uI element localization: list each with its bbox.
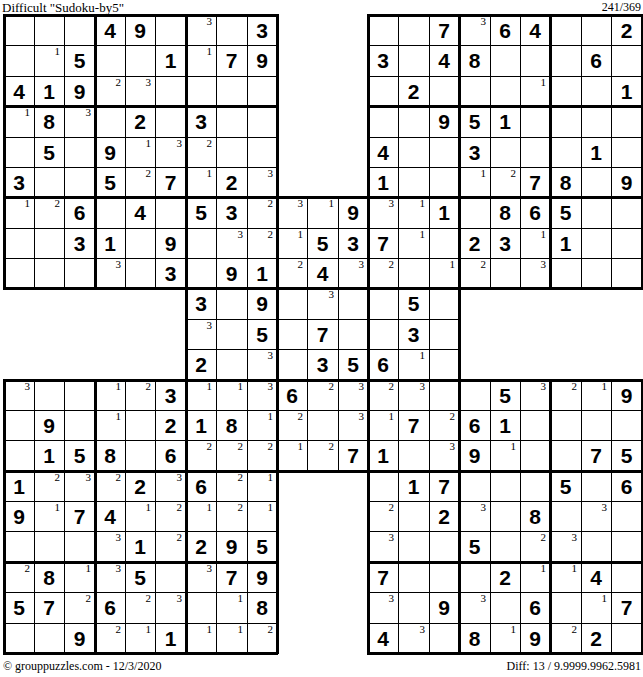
cell-r19c9[interactable]: 9 [247,562,277,592]
cell-r16c18[interactable] [520,471,550,501]
cell-r3c17[interactable] [490,76,520,106]
cell-r21c9[interactable]: 2 [247,623,277,653]
cell-r5c14[interactable] [398,137,429,167]
cell-r17c13[interactable]: 2 [368,501,398,531]
cell-r20c18[interactable]: 6 [520,592,550,623]
cell-r19c6[interactable] [155,562,186,592]
cell-r18c17[interactable] [490,531,520,562]
cell-r6c4[interactable]: 5 [95,167,125,197]
cell-r10c14[interactable]: 5 [398,288,429,319]
cell-r13c18[interactable]: 3 [520,380,550,410]
cell-r13c14[interactable]: 3 [398,380,429,410]
cell-r21c6[interactable]: 1 [155,623,186,653]
cell-r13c11[interactable]: 2 [307,380,338,410]
cell-r16c3[interactable]: 3 [64,471,95,501]
cell-r21c19[interactable]: 2 [550,623,581,653]
cell-r12c14[interactable]: 1 [398,349,429,380]
cell-r14c18[interactable] [520,410,550,440]
cell-r21c17[interactable]: 1 [490,623,520,653]
cell-r15c1[interactable] [4,440,34,471]
cell-r14c16[interactable]: 6 [459,410,490,440]
cell-r15c19[interactable] [550,440,581,471]
cell-r21c1[interactable] [4,623,34,653]
cell-r8c6[interactable]: 9 [155,228,186,258]
cell-r13c6[interactable]: 3 [155,380,186,410]
cell-r19c16[interactable] [459,562,490,592]
cell-r19c2[interactable]: 8 [34,562,64,592]
cell-r15c21[interactable]: 5 [611,440,642,471]
cell-r18c8[interactable]: 9 [216,531,247,562]
cell-r7c7[interactable]: 5 [186,197,216,228]
cell-r12c9[interactable]: 3 [247,349,277,380]
cell-r4c3[interactable]: 3 [64,106,95,137]
cell-r5c21[interactable] [611,137,642,167]
cell-r6c5[interactable]: 2 [125,167,155,197]
cell-r1c13[interactable] [368,15,398,45]
cell-r19c3[interactable]: 1 [64,562,95,592]
cell-r4c13[interactable] [368,106,398,137]
cell-r4c17[interactable]: 1 [490,106,520,137]
cell-r5c16[interactable]: 3 [459,137,490,167]
cell-r7c2[interactable]: 2 [34,197,64,228]
cell-r15c20[interactable]: 7 [581,440,611,471]
cell-r5c18[interactable] [520,137,550,167]
cell-r1c18[interactable]: 4 [520,15,550,45]
cell-r9c21[interactable] [611,258,642,288]
cell-r17c21[interactable] [611,501,642,531]
cell-r19c20[interactable]: 4 [581,562,611,592]
cell-r14c19[interactable] [550,410,581,440]
cell-r4c2[interactable]: 8 [34,106,64,137]
cell-r9c6[interactable]: 3 [155,258,186,288]
cell-r7c11[interactable]: 1 [307,197,338,228]
cell-r11c13[interactable] [368,319,398,349]
cell-r4c21[interactable] [611,106,642,137]
cell-r17c17[interactable] [490,501,520,531]
cell-r16c4[interactable]: 2 [95,471,125,501]
cell-r21c13[interactable]: 4 [368,623,398,653]
cell-r20c7[interactable] [186,592,216,623]
cell-r5c7[interactable]: 2 [186,137,216,167]
cell-r20c17[interactable] [490,592,520,623]
cell-r19c15[interactable] [429,562,459,592]
cell-r16c16[interactable] [459,471,490,501]
cell-r7c9[interactable]: 2 [247,197,277,228]
cell-r16c7[interactable]: 6 [186,471,216,501]
cell-r16c13[interactable] [368,471,398,501]
cell-r4c19[interactable] [550,106,581,137]
cell-r4c9[interactable] [247,106,277,137]
cell-r6c8[interactable]: 2 [216,167,247,197]
cell-r18c6[interactable]: 2 [155,531,186,562]
cell-r15c5[interactable] [125,440,155,471]
cell-r4c1[interactable]: 1 [4,106,34,137]
cell-r21c14[interactable]: 3 [398,623,429,653]
cell-r7c18[interactable]: 6 [520,197,550,228]
cell-r15c2[interactable]: 1 [34,440,64,471]
cell-r10c7[interactable]: 3 [186,288,216,319]
cell-r12c12[interactable]: 5 [338,349,368,380]
cell-r8c5[interactable] [125,228,155,258]
cell-r20c16[interactable]: 3 [459,592,490,623]
cell-r4c15[interactable]: 9 [429,106,459,137]
cell-r2c6[interactable]: 1 [155,45,186,76]
cell-r9c2[interactable] [34,258,64,288]
cell-r13c2[interactable] [34,380,64,410]
cell-r6c17[interactable]: 2 [490,167,520,197]
cell-r6c9[interactable]: 3 [247,167,277,197]
cell-r9c3[interactable] [64,258,95,288]
cell-r18c16[interactable]: 5 [459,531,490,562]
cell-r14c14[interactable]: 7 [398,410,429,440]
cell-r1c5[interactable]: 9 [125,15,155,45]
cell-r2c8[interactable]: 7 [216,45,247,76]
cell-r14c21[interactable] [611,410,642,440]
cell-r6c20[interactable] [581,167,611,197]
cell-r10c10[interactable] [277,288,307,319]
cell-r11c14[interactable]: 3 [398,319,429,349]
cell-r13c21[interactable]: 9 [611,380,642,410]
cell-r5c4[interactable]: 9 [95,137,125,167]
cell-r3c15[interactable] [429,76,459,106]
cell-r3c21[interactable]: 1 [611,76,642,106]
cell-r14c1[interactable] [4,410,34,440]
cell-r4c7[interactable]: 3 [186,106,216,137]
cell-r18c5[interactable]: 1 [125,531,155,562]
cell-r19c17[interactable]: 2 [490,562,520,592]
cell-r17c5[interactable]: 1 [125,501,155,531]
cell-r9c1[interactable] [4,258,34,288]
cell-r14c4[interactable]: 1 [95,410,125,440]
cell-r19c21[interactable] [611,562,642,592]
cell-r15c18[interactable] [520,440,550,471]
cell-r8c21[interactable] [611,228,642,258]
cell-r17c20[interactable]: 3 [581,501,611,531]
cell-r15c3[interactable]: 5 [64,440,95,471]
cell-r7c17[interactable]: 8 [490,197,520,228]
cell-r21c18[interactable]: 9 [520,623,550,653]
cell-r1c1[interactable] [4,15,34,45]
cell-r5c5[interactable]: 1 [125,137,155,167]
cell-r1c6[interactable] [155,15,186,45]
cell-r5c9[interactable] [247,137,277,167]
cell-r7c19[interactable]: 5 [550,197,581,228]
cell-r3c1[interactable]: 4 [4,76,34,106]
cell-r2c9[interactable]: 9 [247,45,277,76]
cell-r3c14[interactable]: 2 [398,76,429,106]
cell-r4c8[interactable] [216,106,247,137]
cell-r17c7[interactable]: 1 [186,501,216,531]
cell-r14c10[interactable]: 2 [277,410,307,440]
cell-r9c7[interactable] [186,258,216,288]
cell-r20c20[interactable]: 1 [581,592,611,623]
cell-r18c13[interactable]: 3 [368,531,398,562]
cell-r21c16[interactable]: 8 [459,623,490,653]
cell-r19c7[interactable]: 3 [186,562,216,592]
cell-r2c7[interactable]: 1 [186,45,216,76]
cell-r13c3[interactable] [64,380,95,410]
cell-r5c1[interactable] [4,137,34,167]
cell-r16c8[interactable]: 2 [216,471,247,501]
cell-r7c14[interactable]: 1 [398,197,429,228]
cell-r17c3[interactable]: 7 [64,501,95,531]
cell-r17c15[interactable]: 2 [429,501,459,531]
cell-r12c10[interactable] [277,349,307,380]
cell-r8c12[interactable]: 3 [338,228,368,258]
cell-r7c5[interactable]: 4 [125,197,155,228]
cell-r7c20[interactable] [581,197,611,228]
cell-r20c3[interactable]: 2 [64,592,95,623]
cell-r8c1[interactable] [4,228,34,258]
cell-r13c13[interactable]: 2 [368,380,398,410]
cell-r6c19[interactable]: 8 [550,167,581,197]
cell-r6c14[interactable] [398,167,429,197]
cell-r18c14[interactable] [398,531,429,562]
cell-r3c8[interactable] [216,76,247,106]
cell-r13c9[interactable]: 3 [247,380,277,410]
cell-r21c20[interactable]: 2 [581,623,611,653]
cell-r4c18[interactable] [520,106,550,137]
cell-r7c3[interactable]: 6 [64,197,95,228]
cell-r2c15[interactable]: 4 [429,45,459,76]
cell-r20c14[interactable] [398,592,429,623]
cell-r15c12[interactable]: 7 [338,440,368,471]
cell-r20c5[interactable]: 2 [125,592,155,623]
cell-r20c8[interactable]: 1 [216,592,247,623]
cell-r3c19[interactable] [550,76,581,106]
cell-r20c2[interactable]: 7 [34,592,64,623]
cell-r15c6[interactable]: 6 [155,440,186,471]
cell-r3c2[interactable]: 1 [34,76,64,106]
cell-r3c3[interactable]: 9 [64,76,95,106]
cell-r19c19[interactable]: 1 [550,562,581,592]
cell-r9c9[interactable]: 1 [247,258,277,288]
cell-r8c10[interactable]: 1 [277,228,307,258]
cell-r14c20[interactable] [581,410,611,440]
cell-r4c20[interactable] [581,106,611,137]
cell-r13c8[interactable]: 1 [216,380,247,410]
cell-r15c13[interactable]: 1 [368,440,398,471]
cell-r10c11[interactable]: 3 [307,288,338,319]
cell-r8c16[interactable]: 2 [459,228,490,258]
cell-r15c14[interactable] [398,440,429,471]
cell-r2c2[interactable]: 1 [34,45,64,76]
cell-r7c8[interactable]: 3 [216,197,247,228]
cell-r17c4[interactable]: 4 [95,501,125,531]
cell-r13c1[interactable]: 3 [4,380,34,410]
cell-r8c18[interactable]: 1 [520,228,550,258]
cell-r21c5[interactable]: 1 [125,623,155,653]
cell-r5c6[interactable]: 3 [155,137,186,167]
cell-r8c3[interactable]: 3 [64,228,95,258]
cell-r4c16[interactable]: 5 [459,106,490,137]
cell-r19c14[interactable] [398,562,429,592]
cell-r3c5[interactable]: 3 [125,76,155,106]
cell-r15c4[interactable]: 8 [95,440,125,471]
cell-r9c11[interactable]: 4 [307,258,338,288]
cell-r8c14[interactable]: 1 [398,228,429,258]
cell-r8c9[interactable]: 2 [247,228,277,258]
cell-r20c4[interactable]: 6 [95,592,125,623]
cell-r8c17[interactable]: 3 [490,228,520,258]
cell-r2c19[interactable] [550,45,581,76]
cell-r21c21[interactable] [611,623,642,653]
cell-r14c6[interactable]: 2 [155,410,186,440]
cell-r1c2[interactable] [34,15,64,45]
cell-r3c6[interactable] [155,76,186,106]
cell-r8c7[interactable] [186,228,216,258]
cell-r15c11[interactable]: 2 [307,440,338,471]
cell-r18c20[interactable] [581,531,611,562]
cell-r11c15[interactable] [429,319,459,349]
cell-r17c14[interactable] [398,501,429,531]
cell-r15c10[interactable]: 1 [277,440,307,471]
cell-r3c18[interactable]: 1 [520,76,550,106]
cell-r5c15[interactable] [429,137,459,167]
cell-r7c1[interactable]: 1 [4,197,34,228]
cell-r20c9[interactable]: 8 [247,592,277,623]
cell-r16c15[interactable]: 7 [429,471,459,501]
cell-r9c17[interactable] [490,258,520,288]
cell-r18c1[interactable] [4,531,34,562]
cell-r15c7[interactable]: 2 [186,440,216,471]
cell-r7c13[interactable]: 3 [368,197,398,228]
cell-r16c5[interactable]: 2 [125,471,155,501]
cell-r2c3[interactable]: 5 [64,45,95,76]
cell-r14c9[interactable]: 1 [247,410,277,440]
cell-r17c6[interactable]: 2 [155,501,186,531]
cell-r13c19[interactable]: 2 [550,380,581,410]
cell-r2c18[interactable] [520,45,550,76]
cell-r5c20[interactable]: 1 [581,137,611,167]
cell-r20c19[interactable] [550,592,581,623]
cell-r17c19[interactable] [550,501,581,531]
cell-r12c13[interactable]: 6 [368,349,398,380]
cell-r14c11[interactable] [307,410,338,440]
cell-r21c4[interactable]: 2 [95,623,125,653]
cell-r20c13[interactable]: 3 [368,592,398,623]
cell-r16c6[interactable]: 3 [155,471,186,501]
cell-r1c7[interactable]: 3 [186,15,216,45]
cell-r12c7[interactable]: 2 [186,349,216,380]
cell-r3c4[interactable]: 2 [95,76,125,106]
cell-r2c1[interactable] [4,45,34,76]
cell-r21c8[interactable]: 1 [216,623,247,653]
cell-r18c4[interactable]: 3 [95,531,125,562]
cell-r7c12[interactable]: 9 [338,197,368,228]
cell-r2c14[interactable] [398,45,429,76]
cell-r18c21[interactable] [611,531,642,562]
cell-r13c5[interactable]: 2 [125,380,155,410]
cell-r15c9[interactable]: 2 [247,440,277,471]
cell-r7c10[interactable]: 3 [277,197,307,228]
cell-r19c13[interactable]: 7 [368,562,398,592]
cell-r21c2[interactable] [34,623,64,653]
cell-r7c15[interactable]: 1 [429,197,459,228]
cell-r9c4[interactable]: 3 [95,258,125,288]
cell-r1c14[interactable] [398,15,429,45]
cell-r13c4[interactable]: 1 [95,380,125,410]
cell-r19c8[interactable]: 7 [216,562,247,592]
cell-r6c15[interactable] [429,167,459,197]
cell-r12c8[interactable] [216,349,247,380]
cell-r1c20[interactable] [581,15,611,45]
cell-r15c16[interactable]: 9 [459,440,490,471]
cell-r16c1[interactable]: 1 [4,471,34,501]
cell-r14c3[interactable] [64,410,95,440]
cell-r6c2[interactable] [34,167,64,197]
cell-r5c17[interactable] [490,137,520,167]
cell-r9c8[interactable]: 9 [216,258,247,288]
cell-r4c6[interactable] [155,106,186,137]
cell-r10c8[interactable] [216,288,247,319]
cell-r5c8[interactable] [216,137,247,167]
cell-r8c15[interactable] [429,228,459,258]
cell-r6c3[interactable] [64,167,95,197]
cell-r20c21[interactable]: 7 [611,592,642,623]
cell-r1c9[interactable]: 3 [247,15,277,45]
cell-r1c15[interactable]: 7 [429,15,459,45]
cell-r1c8[interactable] [216,15,247,45]
cell-r13c17[interactable]: 5 [490,380,520,410]
cell-r9c19[interactable] [550,258,581,288]
cell-r11c9[interactable]: 5 [247,319,277,349]
cell-r16c19[interactable]: 5 [550,471,581,501]
cell-r13c10[interactable]: 6 [277,380,307,410]
cell-r4c14[interactable] [398,106,429,137]
cell-r11c7[interactable]: 3 [186,319,216,349]
cell-r19c5[interactable]: 5 [125,562,155,592]
cell-r19c18[interactable]: 1 [520,562,550,592]
cell-r8c8[interactable]: 3 [216,228,247,258]
cell-r9c16[interactable]: 2 [459,258,490,288]
cell-r10c15[interactable] [429,288,459,319]
cell-r5c13[interactable]: 4 [368,137,398,167]
cell-r14c2[interactable]: 9 [34,410,64,440]
cell-r2c13[interactable]: 3 [368,45,398,76]
cell-r12c11[interactable]: 3 [307,349,338,380]
cell-r8c19[interactable]: 1 [550,228,581,258]
cell-r5c3[interactable] [64,137,95,167]
cell-r11c8[interactable] [216,319,247,349]
cell-r7c16[interactable] [459,197,490,228]
cell-r21c15[interactable] [429,623,459,653]
cell-r2c5[interactable] [125,45,155,76]
cell-r13c15[interactable] [429,380,459,410]
cell-r19c1[interactable]: 2 [4,562,34,592]
cell-r3c20[interactable] [581,76,611,106]
cell-r8c4[interactable]: 1 [95,228,125,258]
cell-r9c10[interactable]: 2 [277,258,307,288]
cell-r6c18[interactable]: 7 [520,167,550,197]
cell-r1c3[interactable] [64,15,95,45]
cell-r6c21[interactable]: 9 [611,167,642,197]
cell-r2c4[interactable] [95,45,125,76]
cell-r18c9[interactable]: 5 [247,531,277,562]
cell-r11c12[interactable] [338,319,368,349]
cell-r14c8[interactable]: 8 [216,410,247,440]
cell-r9c20[interactable] [581,258,611,288]
cell-r3c13[interactable] [368,76,398,106]
cell-r17c16[interactable]: 3 [459,501,490,531]
cell-r3c16[interactable] [459,76,490,106]
cell-r14c12[interactable]: 3 [338,410,368,440]
cell-r17c18[interactable]: 8 [520,501,550,531]
cell-r14c15[interactable]: 2 [429,410,459,440]
cell-r11c11[interactable]: 7 [307,319,338,349]
cell-r14c17[interactable]: 1 [490,410,520,440]
cell-r8c11[interactable]: 5 [307,228,338,258]
